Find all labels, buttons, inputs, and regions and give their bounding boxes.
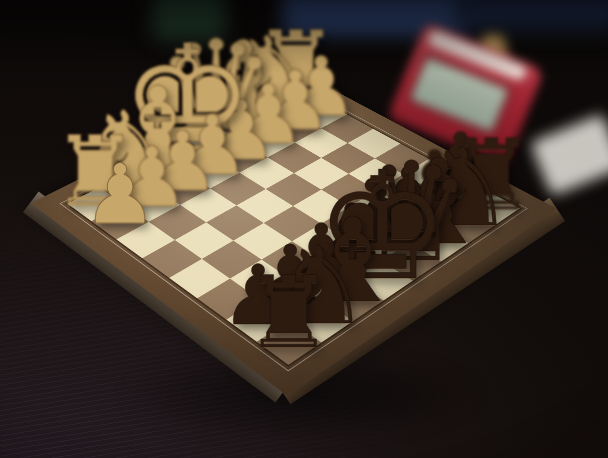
chess-scene: ♜♞♝♛♚♝♞♜♟♟♟♟♟♟♟♟♟♟♟♟♟♟♟♟♜♞♝♛♚♝♞♜ xyxy=(0,0,608,458)
white-pawn-h2[interactable]: ♟ xyxy=(83,155,157,238)
dark-blue-background xyxy=(455,0,608,30)
black-rook-h8[interactable]: ♜ xyxy=(245,263,334,362)
